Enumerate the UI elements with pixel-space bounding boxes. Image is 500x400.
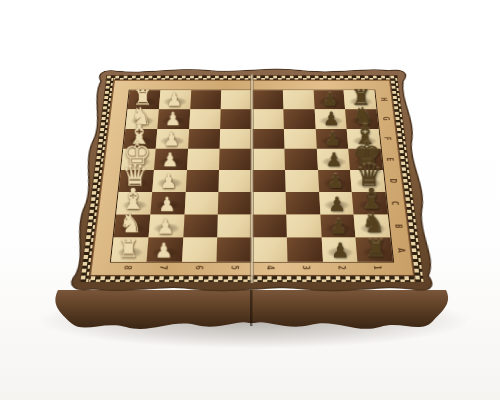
square-c7: ♟ <box>150 192 185 215</box>
square-c6 <box>184 192 219 215</box>
square-f3 <box>284 129 317 149</box>
piece-white-pawn: ♟ <box>162 150 179 169</box>
square-d2: ♟ <box>318 170 353 192</box>
square-d4 <box>252 170 285 192</box>
piece-white-pawn: ♟ <box>163 130 180 149</box>
square-c5 <box>218 192 252 215</box>
square-c3 <box>285 192 320 215</box>
square-d5 <box>219 170 252 192</box>
square-f4 <box>252 129 284 149</box>
square-f5 <box>220 129 252 149</box>
piece-white-pawn: ♟ <box>158 194 176 214</box>
file-label-G: G <box>381 116 390 120</box>
fold-seam <box>250 75 254 284</box>
square-h3 <box>283 90 315 109</box>
piece-black-rook: ♜ <box>364 236 386 261</box>
square-f6 <box>188 129 221 149</box>
chess-board: ♜♟♟♜♞♟♟♞♝♟♟♝♚♟♟♚♛♟♟♛♝♟♟♝♞♟♟♞♜♟♟♜ 8765432… <box>59 66 445 296</box>
file-label-F: F <box>383 137 392 140</box>
square-f2: ♟ <box>315 129 348 149</box>
square-c2: ♟ <box>319 192 354 215</box>
piece-black-pawn: ♟ <box>328 194 346 214</box>
square-h7: ♟ <box>159 90 191 109</box>
file-label-H: H <box>379 97 388 101</box>
piece-white-knight: ♞ <box>119 211 143 237</box>
square-d7: ♟ <box>152 170 187 192</box>
piece-white-pawn: ♟ <box>165 110 181 128</box>
piece-white-pawn: ♟ <box>157 217 175 237</box>
piece-black-pawn: ♟ <box>324 130 341 149</box>
piece-black-knight: ♞ <box>361 211 385 237</box>
piece-black-pawn: ♟ <box>329 217 347 237</box>
square-h5 <box>221 90 252 109</box>
piece-black-pawn: ♟ <box>322 91 338 109</box>
piece-white-rook: ♜ <box>118 236 140 261</box>
piece-white-pawn: ♟ <box>166 91 182 109</box>
square-c4 <box>252 192 286 215</box>
piece-black-pawn: ♟ <box>327 172 344 191</box>
square-h6 <box>190 90 222 109</box>
piece-black-pawn: ♟ <box>331 241 349 261</box>
piece-black-pawn: ♟ <box>325 150 342 169</box>
piece-white-pawn: ♟ <box>155 241 173 261</box>
square-d6 <box>185 170 219 192</box>
file-label-E: E <box>385 157 394 160</box>
square-f7: ♟ <box>155 129 188 149</box>
piece-white-pawn: ♟ <box>160 172 177 191</box>
piece-black-pawn: ♟ <box>323 110 339 128</box>
perspective-scene: ♜♟♟♜♞♟♟♞♝♟♟♝♚♟♟♚♛♟♟♛♝♟♟♝♞♟♟♞♜♟♟♜ 8765432… <box>0 0 500 400</box>
square-h2: ♟ <box>313 90 345 109</box>
square-h4 <box>252 90 283 109</box>
product-photo: ♜♟♟♜♞♟♟♞♝♟♟♝♚♟♟♚♛♟♟♛♝♟♟♝♞♟♟♞♜♟♟♜ 8765432… <box>0 0 500 400</box>
square-d3 <box>285 170 319 192</box>
